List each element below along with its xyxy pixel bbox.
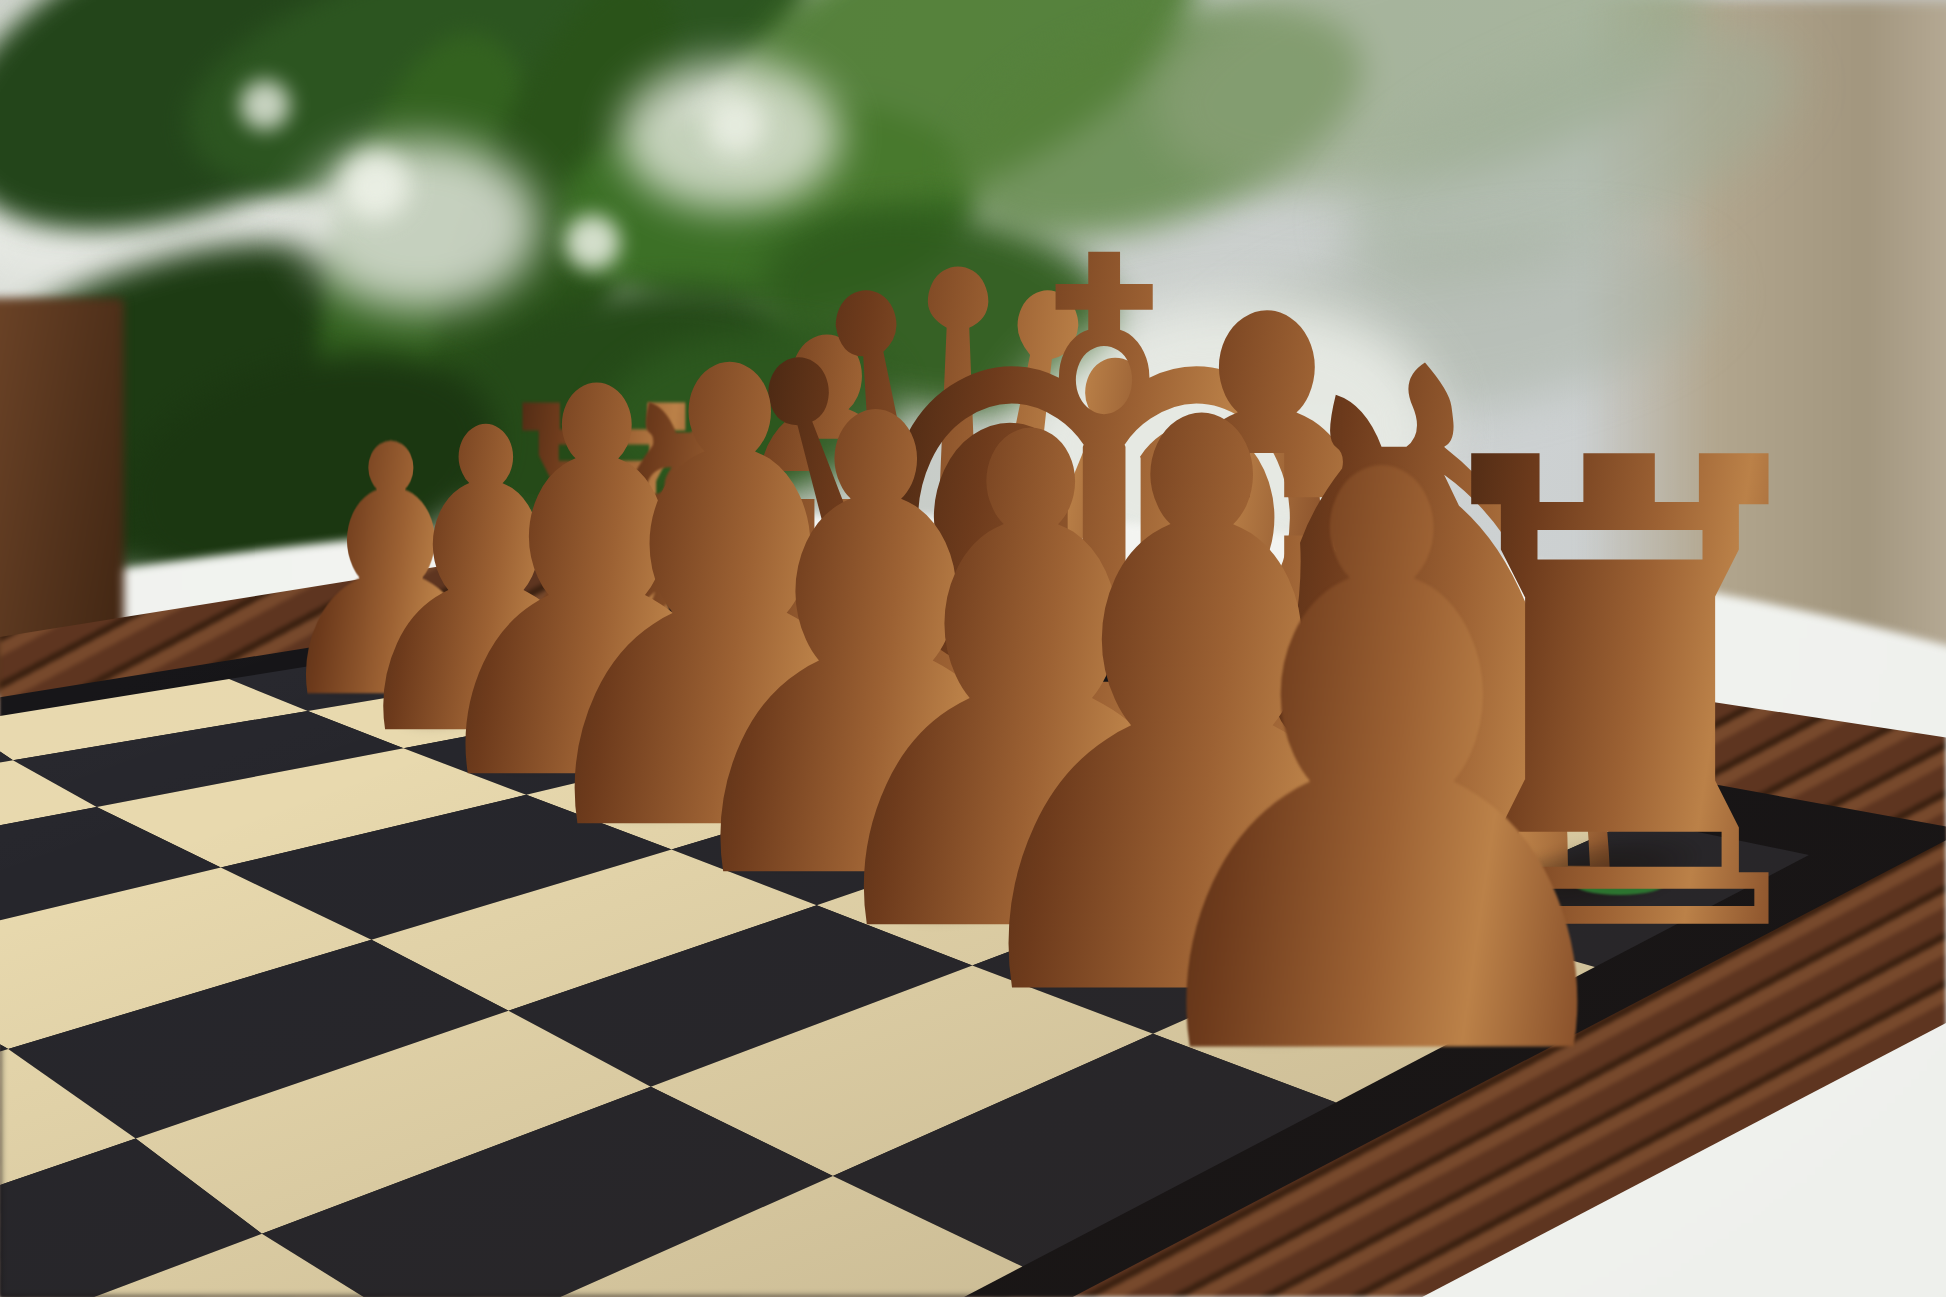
photo-scene: ♜♞♝♛♚♝♞♜♟♟♟♟♟♟♟♟ — [0, 0, 1946, 1297]
piece-black-pawn-h7: ♟ — [1089, 373, 1674, 1169]
pieces-layer: ♜♞♝♛♚♝♞♜♟♟♟♟♟♟♟♟ — [0, 0, 1946, 1297]
